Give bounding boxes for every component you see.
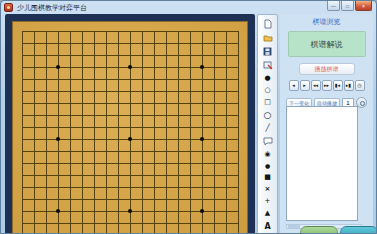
board-intersection[interactable] bbox=[208, 193, 220, 205]
board-intersection[interactable] bbox=[40, 97, 52, 109]
board-intersection[interactable] bbox=[160, 73, 172, 85]
board-intersection[interactable] bbox=[220, 229, 232, 234]
board-intersection[interactable] bbox=[100, 193, 112, 205]
board-intersection[interactable] bbox=[76, 169, 88, 181]
board-intersection[interactable] bbox=[16, 37, 28, 49]
fast-back-button[interactable]: ◂◂ bbox=[311, 80, 321, 91]
board-intersection[interactable] bbox=[40, 169, 52, 181]
board-intersection[interactable] bbox=[124, 217, 136, 229]
board-intersection[interactable] bbox=[64, 25, 76, 37]
board-intersection[interactable] bbox=[232, 169, 244, 181]
board-intersection[interactable] bbox=[76, 85, 88, 97]
board-intersection[interactable] bbox=[16, 229, 28, 234]
board-intersection[interactable] bbox=[136, 169, 148, 181]
board-intersection[interactable] bbox=[40, 133, 52, 145]
board-intersection[interactable] bbox=[136, 37, 148, 49]
board-intersection[interactable] bbox=[136, 157, 148, 169]
board-intersection[interactable] bbox=[160, 49, 172, 61]
board-intersection[interactable] bbox=[208, 25, 220, 37]
board-intersection[interactable] bbox=[220, 169, 232, 181]
board-intersection[interactable] bbox=[76, 145, 88, 157]
triangle-icon[interactable]: ▲ bbox=[259, 208, 276, 220]
filled-square-icon[interactable]: ■ bbox=[259, 172, 276, 184]
board-intersection[interactable] bbox=[208, 121, 220, 133]
board-intersection[interactable] bbox=[196, 145, 208, 157]
board-intersection[interactable] bbox=[88, 97, 100, 109]
board-intersection[interactable] bbox=[124, 61, 136, 73]
board-intersection[interactable] bbox=[64, 181, 76, 193]
step-forward-button[interactable]: ▸ bbox=[300, 80, 310, 91]
board-intersection[interactable] bbox=[172, 73, 184, 85]
board-intersection[interactable] bbox=[124, 229, 136, 234]
board-intersection[interactable] bbox=[28, 49, 40, 61]
board-intersection[interactable] bbox=[64, 97, 76, 109]
board-intersection[interactable] bbox=[100, 61, 112, 73]
board-intersection[interactable] bbox=[136, 25, 148, 37]
board-intersection[interactable] bbox=[16, 205, 28, 217]
board-intersection[interactable] bbox=[196, 121, 208, 133]
board-intersection[interactable] bbox=[124, 73, 136, 85]
board-intersection[interactable] bbox=[88, 229, 100, 234]
board-intersection[interactable] bbox=[16, 109, 28, 121]
board-intersection[interactable] bbox=[40, 217, 52, 229]
board-intersection[interactable] bbox=[64, 73, 76, 85]
minimize-button[interactable]: — bbox=[327, 1, 340, 11]
board-intersection[interactable] bbox=[100, 73, 112, 85]
board-intersection[interactable] bbox=[136, 121, 148, 133]
cross-icon[interactable]: × bbox=[259, 184, 276, 196]
board-intersection[interactable] bbox=[196, 217, 208, 229]
board-intersection[interactable] bbox=[184, 85, 196, 97]
board-intersection[interactable] bbox=[28, 169, 40, 181]
board-intersection[interactable] bbox=[232, 121, 244, 133]
fast-forward-button[interactable]: ▸▸ bbox=[322, 80, 332, 91]
board-intersection[interactable] bbox=[160, 109, 172, 121]
board-intersection[interactable] bbox=[16, 217, 28, 229]
board-intersection[interactable] bbox=[148, 133, 160, 145]
board-intersection[interactable] bbox=[184, 121, 196, 133]
board-intersection[interactable] bbox=[64, 133, 76, 145]
board-intersection[interactable] bbox=[28, 121, 40, 133]
board-intersection[interactable] bbox=[220, 61, 232, 73]
board-intersection[interactable] bbox=[184, 37, 196, 49]
board-intersection[interactable] bbox=[220, 181, 232, 193]
board-intersection[interactable] bbox=[124, 169, 136, 181]
board-intersection[interactable] bbox=[112, 109, 124, 121]
board-intersection[interactable] bbox=[184, 25, 196, 37]
to-end-button[interactable]: ▸▮ bbox=[344, 80, 354, 91]
board-intersection[interactable] bbox=[40, 145, 52, 157]
board-intersection[interactable] bbox=[136, 73, 148, 85]
board-intersection[interactable] bbox=[172, 97, 184, 109]
board-intersection[interactable] bbox=[220, 121, 232, 133]
board-intersection[interactable] bbox=[184, 157, 196, 169]
board-intersection[interactable] bbox=[148, 37, 160, 49]
board-intersection[interactable] bbox=[76, 61, 88, 73]
board-intersection[interactable] bbox=[16, 121, 28, 133]
board-intersection[interactable] bbox=[220, 157, 232, 169]
board-intersection[interactable] bbox=[100, 109, 112, 121]
board-intersection[interactable] bbox=[88, 25, 100, 37]
board-intersection[interactable] bbox=[136, 193, 148, 205]
board-intersection[interactable] bbox=[52, 145, 64, 157]
footer-green-button[interactable] bbox=[300, 226, 338, 234]
board-intersection[interactable] bbox=[76, 25, 88, 37]
board-intersection[interactable] bbox=[232, 217, 244, 229]
board-intersection[interactable] bbox=[100, 181, 112, 193]
board-intersection[interactable] bbox=[64, 49, 76, 61]
board-intersection[interactable] bbox=[40, 121, 52, 133]
label-icon[interactable]: A bbox=[259, 220, 276, 233]
board-intersection[interactable] bbox=[220, 193, 232, 205]
close-button[interactable]: × bbox=[355, 1, 372, 11]
board-intersection[interactable] bbox=[208, 217, 220, 229]
board-intersection[interactable] bbox=[148, 121, 160, 133]
board-intersection[interactable] bbox=[208, 229, 220, 234]
board-intersection[interactable] bbox=[136, 61, 148, 73]
board-intersection[interactable] bbox=[208, 205, 220, 217]
board-intersection[interactable] bbox=[88, 109, 100, 121]
board-intersection[interactable] bbox=[232, 181, 244, 193]
board-intersection[interactable] bbox=[160, 193, 172, 205]
board-intersection[interactable] bbox=[196, 109, 208, 121]
board-intersection[interactable] bbox=[196, 37, 208, 49]
board-intersection[interactable] bbox=[52, 25, 64, 37]
board-intersection[interactable] bbox=[52, 121, 64, 133]
board-intersection[interactable] bbox=[64, 217, 76, 229]
board-intersection[interactable] bbox=[160, 121, 172, 133]
board-intersection[interactable] bbox=[148, 205, 160, 217]
board-intersection[interactable] bbox=[52, 157, 64, 169]
board-intersection[interactable] bbox=[100, 37, 112, 49]
board-intersection[interactable] bbox=[196, 193, 208, 205]
board-intersection[interactable] bbox=[76, 181, 88, 193]
board-intersection[interactable] bbox=[184, 61, 196, 73]
board-intersection[interactable] bbox=[208, 181, 220, 193]
board-intersection[interactable] bbox=[64, 157, 76, 169]
board-intersection[interactable] bbox=[112, 169, 124, 181]
board-intersection[interactable] bbox=[52, 181, 64, 193]
board-intersection[interactable] bbox=[220, 205, 232, 217]
board-intersection[interactable] bbox=[124, 133, 136, 145]
board-intersection[interactable] bbox=[88, 181, 100, 193]
board-intersection[interactable] bbox=[196, 73, 208, 85]
board-intersection[interactable] bbox=[100, 85, 112, 97]
timer-button[interactable]: ◷ bbox=[355, 80, 365, 91]
board-intersection[interactable] bbox=[28, 85, 40, 97]
play-record-button[interactable]: 播放棋谱 bbox=[299, 63, 355, 75]
board-intersection[interactable] bbox=[52, 37, 64, 49]
board-intersection[interactable] bbox=[136, 145, 148, 157]
board-intersection[interactable] bbox=[148, 157, 160, 169]
board-intersection[interactable] bbox=[124, 193, 136, 205]
board-intersection[interactable] bbox=[100, 169, 112, 181]
board-intersection[interactable] bbox=[112, 25, 124, 37]
board-intersection[interactable] bbox=[100, 121, 112, 133]
board-intersection[interactable] bbox=[184, 205, 196, 217]
board-intersection[interactable] bbox=[40, 157, 52, 169]
board-intersection[interactable] bbox=[88, 85, 100, 97]
board-intersection[interactable] bbox=[100, 25, 112, 37]
line-icon[interactable]: ╱ bbox=[259, 123, 276, 135]
board-intersection[interactable] bbox=[112, 37, 124, 49]
board-intersection[interactable] bbox=[28, 25, 40, 37]
board-intersection[interactable] bbox=[136, 133, 148, 145]
board-intersection[interactable] bbox=[76, 229, 88, 234]
white-stone-icon[interactable]: ○ bbox=[259, 84, 276, 96]
black-stone-icon[interactable]: ● bbox=[259, 72, 276, 84]
board-intersection[interactable] bbox=[220, 37, 232, 49]
board-intersection[interactable] bbox=[76, 217, 88, 229]
board-intersection[interactable] bbox=[52, 109, 64, 121]
board-intersection[interactable] bbox=[28, 205, 40, 217]
board-intersection[interactable] bbox=[136, 97, 148, 109]
save-icon[interactable] bbox=[259, 44, 276, 58]
board-intersection[interactable] bbox=[148, 169, 160, 181]
board-intersection[interactable] bbox=[208, 157, 220, 169]
board-intersection[interactable] bbox=[148, 217, 160, 229]
board-intersection[interactable] bbox=[16, 61, 28, 73]
board-intersection[interactable] bbox=[16, 145, 28, 157]
board-intersection[interactable] bbox=[16, 49, 28, 61]
board-intersection[interactable] bbox=[124, 85, 136, 97]
board-intersection[interactable] bbox=[76, 205, 88, 217]
board-intersection[interactable] bbox=[112, 73, 124, 85]
board-intersection[interactable] bbox=[148, 145, 160, 157]
board-intersection[interactable] bbox=[88, 145, 100, 157]
board-intersection[interactable] bbox=[100, 133, 112, 145]
board-intersection[interactable] bbox=[40, 193, 52, 205]
board-intersection[interactable] bbox=[40, 25, 52, 37]
board-intersection[interactable] bbox=[52, 217, 64, 229]
board-intersection[interactable] bbox=[148, 193, 160, 205]
step-back-button[interactable]: ◂ bbox=[289, 80, 299, 91]
board-intersection[interactable] bbox=[28, 97, 40, 109]
board-intersection[interactable] bbox=[112, 157, 124, 169]
board-intersection[interactable] bbox=[208, 37, 220, 49]
board-intersection[interactable] bbox=[52, 73, 64, 85]
board-intersection[interactable] bbox=[136, 109, 148, 121]
board-intersection[interactable] bbox=[232, 109, 244, 121]
board-intersection[interactable] bbox=[16, 73, 28, 85]
board-intersection[interactable] bbox=[160, 25, 172, 37]
board-intersection[interactable] bbox=[28, 133, 40, 145]
board-intersection[interactable] bbox=[52, 85, 64, 97]
board-intersection[interactable] bbox=[184, 49, 196, 61]
board-intersection[interactable] bbox=[64, 61, 76, 73]
board-intersection[interactable] bbox=[64, 85, 76, 97]
board-intersection[interactable] bbox=[160, 217, 172, 229]
board-intersection[interactable] bbox=[76, 109, 88, 121]
board-intersection[interactable] bbox=[220, 73, 232, 85]
board-intersection[interactable] bbox=[172, 61, 184, 73]
board-intersection[interactable] bbox=[64, 205, 76, 217]
maximize-button[interactable]: □ bbox=[341, 1, 354, 11]
board-intersection[interactable] bbox=[184, 109, 196, 121]
board-intersection[interactable] bbox=[208, 109, 220, 121]
board-intersection[interactable] bbox=[148, 229, 160, 234]
board-intersection[interactable] bbox=[40, 85, 52, 97]
board-intersection[interactable] bbox=[40, 61, 52, 73]
board-intersection[interactable] bbox=[220, 217, 232, 229]
board-intersection[interactable] bbox=[88, 133, 100, 145]
board-intersection[interactable] bbox=[172, 229, 184, 234]
board-intersection[interactable] bbox=[52, 61, 64, 73]
board-intersection[interactable] bbox=[172, 25, 184, 37]
board-intersection[interactable] bbox=[76, 157, 88, 169]
board-intersection[interactable] bbox=[88, 121, 100, 133]
board-intersection[interactable] bbox=[196, 229, 208, 234]
dot-icon[interactable]: ● bbox=[259, 161, 276, 172]
board-intersection[interactable] bbox=[124, 25, 136, 37]
board-intersection[interactable] bbox=[196, 169, 208, 181]
board-intersection[interactable] bbox=[64, 169, 76, 181]
board-intersection[interactable] bbox=[28, 145, 40, 157]
board-intersection[interactable] bbox=[16, 169, 28, 181]
board-intersection[interactable] bbox=[100, 229, 112, 234]
board-intersection[interactable] bbox=[232, 157, 244, 169]
board-intersection[interactable] bbox=[220, 97, 232, 109]
board-intersection[interactable] bbox=[172, 157, 184, 169]
board-intersection[interactable] bbox=[160, 145, 172, 157]
board-intersection[interactable] bbox=[160, 229, 172, 234]
board-intersection[interactable] bbox=[232, 193, 244, 205]
board-intersection[interactable] bbox=[76, 97, 88, 109]
board-intersection[interactable] bbox=[88, 73, 100, 85]
board-intersection[interactable] bbox=[148, 85, 160, 97]
board-intersection[interactable] bbox=[232, 85, 244, 97]
board-intersection[interactable] bbox=[52, 133, 64, 145]
board-intersection[interactable] bbox=[136, 205, 148, 217]
board-intersection[interactable] bbox=[196, 97, 208, 109]
board-intersection[interactable] bbox=[160, 205, 172, 217]
new-file-icon[interactable] bbox=[259, 16, 276, 31]
board-intersection[interactable] bbox=[172, 193, 184, 205]
board-intersection[interactable] bbox=[76, 133, 88, 145]
board-intersection[interactable] bbox=[172, 217, 184, 229]
board-intersection[interactable] bbox=[208, 49, 220, 61]
board-intersection[interactable] bbox=[196, 181, 208, 193]
board-intersection[interactable] bbox=[40, 229, 52, 234]
board-intersection[interactable] bbox=[148, 73, 160, 85]
board-intersection[interactable] bbox=[184, 193, 196, 205]
board-intersection[interactable] bbox=[148, 25, 160, 37]
board-intersection[interactable] bbox=[76, 121, 88, 133]
board-intersection[interactable] bbox=[112, 229, 124, 234]
board-intersection[interactable] bbox=[124, 205, 136, 217]
board-intersection[interactable] bbox=[124, 157, 136, 169]
board-intersection[interactable] bbox=[76, 73, 88, 85]
board-intersection[interactable] bbox=[40, 49, 52, 61]
board-intersection[interactable] bbox=[232, 49, 244, 61]
board-intersection[interactable] bbox=[112, 85, 124, 97]
board-intersection[interactable] bbox=[124, 109, 136, 121]
board-intersection[interactable] bbox=[88, 169, 100, 181]
board-intersection[interactable] bbox=[112, 121, 124, 133]
board-intersection[interactable] bbox=[172, 145, 184, 157]
board-intersection[interactable] bbox=[160, 37, 172, 49]
board-intersection[interactable] bbox=[208, 61, 220, 73]
board-intersection[interactable] bbox=[232, 61, 244, 73]
board-intersection[interactable] bbox=[172, 205, 184, 217]
board-intersection[interactable] bbox=[88, 61, 100, 73]
target-icon[interactable]: ◉ bbox=[259, 149, 276, 161]
board-intersection[interactable] bbox=[64, 145, 76, 157]
board-intersection[interactable] bbox=[28, 37, 40, 49]
board-intersection[interactable] bbox=[160, 169, 172, 181]
board-intersection[interactable] bbox=[64, 193, 76, 205]
board-intersection[interactable] bbox=[16, 97, 28, 109]
board-intersection[interactable] bbox=[112, 97, 124, 109]
board-intersection[interactable] bbox=[196, 49, 208, 61]
board-intersection[interactable] bbox=[148, 49, 160, 61]
board-intersection[interactable] bbox=[64, 37, 76, 49]
board-intersection[interactable] bbox=[208, 97, 220, 109]
board-intersection[interactable] bbox=[76, 49, 88, 61]
board-intersection[interactable] bbox=[88, 217, 100, 229]
board-intersection[interactable] bbox=[196, 133, 208, 145]
board-intersection[interactable] bbox=[124, 97, 136, 109]
board-intersection[interactable] bbox=[100, 205, 112, 217]
board-intersection[interactable] bbox=[208, 169, 220, 181]
board-intersection[interactable] bbox=[160, 157, 172, 169]
board-intersection[interactable] bbox=[136, 229, 148, 234]
board-intersection[interactable] bbox=[76, 193, 88, 205]
board-intersection[interactable] bbox=[100, 157, 112, 169]
board-intersection[interactable] bbox=[88, 157, 100, 169]
board-intersection[interactable] bbox=[136, 181, 148, 193]
board-intersection[interactable] bbox=[196, 25, 208, 37]
board-intersection[interactable] bbox=[40, 37, 52, 49]
ellipse-icon[interactable]: ○ bbox=[259, 108, 276, 122]
board-intersection[interactable] bbox=[184, 217, 196, 229]
board-intersection[interactable] bbox=[208, 145, 220, 157]
board-intersection[interactable] bbox=[232, 229, 244, 234]
board-intersection[interactable] bbox=[124, 37, 136, 49]
board-intersection[interactable] bbox=[40, 181, 52, 193]
board-intersection[interactable] bbox=[160, 133, 172, 145]
board-intersection[interactable] bbox=[124, 121, 136, 133]
board-intersection[interactable] bbox=[112, 217, 124, 229]
board-intersection[interactable] bbox=[64, 121, 76, 133]
board-intersection[interactable] bbox=[196, 205, 208, 217]
board-intersection[interactable] bbox=[172, 109, 184, 121]
board-intersection[interactable] bbox=[112, 205, 124, 217]
board-intersection[interactable] bbox=[124, 49, 136, 61]
board-intersection[interactable] bbox=[100, 217, 112, 229]
board-intersection[interactable] bbox=[88, 49, 100, 61]
board-intersection[interactable] bbox=[16, 157, 28, 169]
board-intersection[interactable] bbox=[184, 133, 196, 145]
board-intersection[interactable] bbox=[76, 37, 88, 49]
to-start-button[interactable]: ▮◂ bbox=[333, 80, 343, 91]
board-intersection[interactable] bbox=[28, 157, 40, 169]
board-intersection[interactable] bbox=[52, 97, 64, 109]
board-intersection[interactable] bbox=[172, 133, 184, 145]
board-intersection[interactable] bbox=[148, 181, 160, 193]
board-intersection[interactable] bbox=[172, 49, 184, 61]
board-intersection[interactable] bbox=[28, 73, 40, 85]
board-intersection[interactable] bbox=[148, 97, 160, 109]
board-intersection[interactable] bbox=[112, 133, 124, 145]
board-intersection[interactable] bbox=[124, 145, 136, 157]
board-intersection[interactable] bbox=[100, 97, 112, 109]
board-intersection[interactable] bbox=[52, 49, 64, 61]
board-intersection[interactable] bbox=[184, 145, 196, 157]
board-intersection[interactable] bbox=[172, 37, 184, 49]
board-intersection[interactable] bbox=[220, 25, 232, 37]
board-intersection[interactable] bbox=[136, 49, 148, 61]
